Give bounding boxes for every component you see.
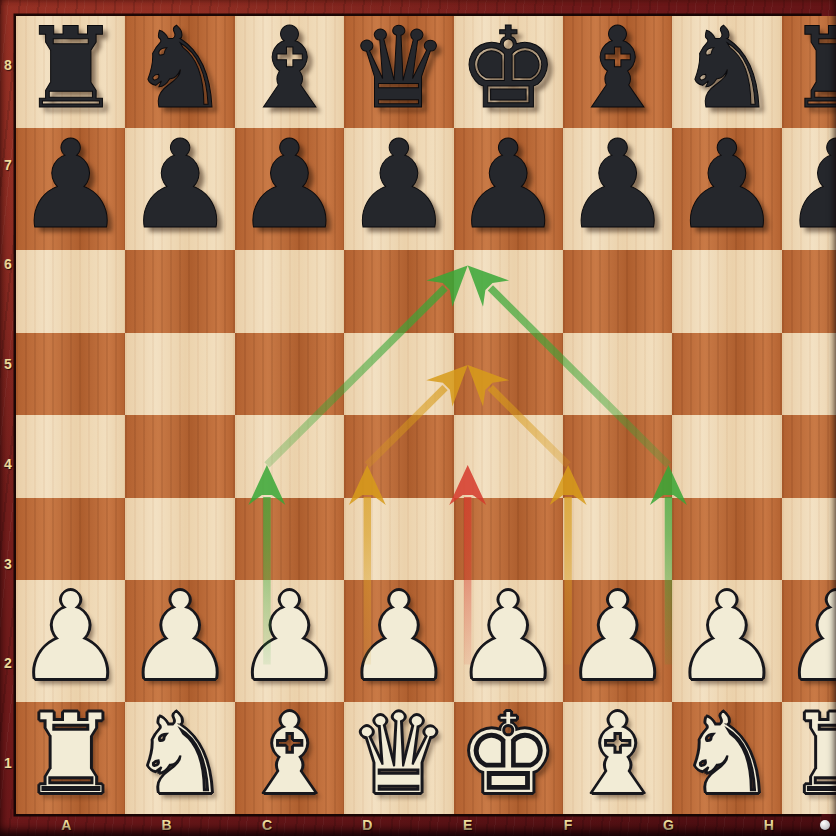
square-g1[interactable]: ♞ — [672, 702, 781, 814]
rank-label-4: 4 — [0, 456, 16, 472]
piece-white-bishop[interactable]: ♝ — [567, 698, 667, 810]
square-c7[interactable]: ♟ — [235, 128, 344, 250]
square-b4[interactable] — [125, 415, 234, 498]
piece-white-queen[interactable]: ♛ — [349, 698, 449, 810]
square-h7[interactable]: ♟ — [782, 128, 836, 250]
corner-dot — [820, 820, 830, 830]
square-f4[interactable] — [563, 415, 672, 498]
square-d7[interactable]: ♟ — [344, 128, 453, 250]
square-a5[interactable] — [16, 333, 125, 416]
square-d8[interactable]: ♛ — [344, 16, 453, 128]
square-a7[interactable]: ♟ — [16, 128, 125, 250]
piece-black-pawn[interactable]: ♟ — [125, 124, 234, 246]
file-label-d: D — [354, 817, 380, 833]
square-e6[interactable] — [454, 250, 563, 333]
piece-white-pawn[interactable]: ♟ — [235, 576, 344, 698]
rank-label-8: 8 — [0, 57, 16, 73]
square-a4[interactable] — [16, 415, 125, 498]
square-b1[interactable]: ♞ — [125, 702, 234, 814]
file-label-f: F — [555, 817, 581, 833]
square-b6[interactable] — [125, 250, 234, 333]
square-e4[interactable] — [454, 415, 563, 498]
piece-black-pawn[interactable]: ♟ — [344, 124, 453, 246]
square-h8[interactable]: ♜ — [782, 16, 836, 128]
square-h4[interactable] — [782, 415, 836, 498]
square-a1[interactable]: ♜ — [16, 702, 125, 814]
rank-label-3: 3 — [0, 556, 16, 572]
square-d5[interactable] — [344, 333, 453, 416]
piece-white-bishop[interactable]: ♝ — [239, 698, 339, 810]
file-label-a: A — [53, 817, 79, 833]
square-a8[interactable]: ♜ — [16, 16, 125, 128]
piece-black-pawn[interactable]: ♟ — [454, 124, 563, 246]
square-c2[interactable]: ♟ — [235, 580, 344, 702]
piece-white-rook[interactable]: ♜ — [786, 698, 836, 810]
piece-white-pawn[interactable]: ♟ — [16, 576, 125, 698]
rank-label-7: 7 — [0, 157, 16, 173]
square-c8[interactable]: ♝ — [235, 16, 344, 128]
square-f1[interactable]: ♝ — [563, 702, 672, 814]
square-g7[interactable]: ♟ — [672, 128, 781, 250]
piece-black-pawn[interactable]: ♟ — [563, 124, 672, 246]
square-g4[interactable] — [672, 415, 781, 498]
square-h5[interactable] — [782, 333, 836, 416]
piece-black-knight[interactable]: ♞ — [677, 12, 777, 124]
piece-white-pawn[interactable]: ♟ — [672, 576, 781, 698]
square-c5[interactable] — [235, 333, 344, 416]
square-d2[interactable]: ♟ — [344, 580, 453, 702]
square-a2[interactable]: ♟ — [16, 580, 125, 702]
square-b8[interactable]: ♞ — [125, 16, 234, 128]
square-d4[interactable] — [344, 415, 453, 498]
piece-black-pawn[interactable]: ♟ — [16, 124, 125, 246]
piece-black-bishop[interactable]: ♝ — [239, 12, 339, 124]
piece-black-rook[interactable]: ♜ — [786, 12, 836, 124]
square-h2[interactable]: ♟ — [782, 580, 836, 702]
rank-label-2: 2 — [0, 655, 16, 671]
board-frame: ♜♞♝♛♚♝♞♜♟♟♟♟♟♟♟♟♟♟♟♟♟♟♟♟♜♞♝♛♚♝♞♜ 8765432… — [0, 0, 836, 836]
square-b2[interactable]: ♟ — [125, 580, 234, 702]
piece-black-rook[interactable]: ♜ — [20, 12, 120, 124]
square-e8[interactable]: ♚ — [454, 16, 563, 128]
square-f7[interactable]: ♟ — [563, 128, 672, 250]
rank-label-1: 1 — [0, 755, 16, 771]
square-f2[interactable]: ♟ — [563, 580, 672, 702]
piece-white-pawn[interactable]: ♟ — [125, 576, 234, 698]
piece-white-pawn[interactable]: ♟ — [563, 576, 672, 698]
piece-white-pawn[interactable]: ♟ — [454, 576, 563, 698]
piece-white-knight[interactable]: ♞ — [677, 698, 777, 810]
rank-label-6: 6 — [0, 256, 16, 272]
piece-black-bishop[interactable]: ♝ — [567, 12, 667, 124]
square-g8[interactable]: ♞ — [672, 16, 781, 128]
square-d6[interactable] — [344, 250, 453, 333]
chess-board: ♜♞♝♛♚♝♞♜♟♟♟♟♟♟♟♟♟♟♟♟♟♟♟♟♜♞♝♛♚♝♞♜ — [16, 16, 819, 814]
piece-black-pawn[interactable]: ♟ — [782, 124, 836, 246]
square-b7[interactable]: ♟ — [125, 128, 234, 250]
piece-black-king[interactable]: ♚ — [458, 12, 558, 124]
square-g2[interactable]: ♟ — [672, 580, 781, 702]
square-f6[interactable] — [563, 250, 672, 333]
piece-black-queen[interactable]: ♛ — [349, 12, 449, 124]
piece-black-pawn[interactable]: ♟ — [672, 124, 781, 246]
square-c4[interactable] — [235, 415, 344, 498]
piece-white-king[interactable]: ♚ — [458, 698, 558, 810]
piece-white-rook[interactable]: ♜ — [20, 698, 120, 810]
square-b5[interactable] — [125, 333, 234, 416]
square-c1[interactable]: ♝ — [235, 702, 344, 814]
square-d1[interactable]: ♛ — [344, 702, 453, 814]
piece-white-pawn[interactable]: ♟ — [782, 576, 836, 698]
file-label-h: H — [756, 817, 782, 833]
piece-black-pawn[interactable]: ♟ — [235, 124, 344, 246]
square-e5[interactable] — [454, 333, 563, 416]
square-g5[interactable] — [672, 333, 781, 416]
file-label-c: C — [254, 817, 280, 833]
file-label-g: G — [655, 817, 681, 833]
file-label-b: B — [154, 817, 180, 833]
piece-white-knight[interactable]: ♞ — [130, 698, 230, 810]
square-g6[interactable] — [672, 250, 781, 333]
file-label-e: E — [455, 817, 481, 833]
square-e1[interactable]: ♚ — [454, 702, 563, 814]
square-f5[interactable] — [563, 333, 672, 416]
rank-label-5: 5 — [0, 356, 16, 372]
square-a6[interactable] — [16, 250, 125, 333]
square-f8[interactable]: ♝ — [563, 16, 672, 128]
piece-black-knight[interactable]: ♞ — [130, 12, 230, 124]
square-e2[interactable]: ♟ — [454, 580, 563, 702]
square-c6[interactable] — [235, 250, 344, 333]
square-h1[interactable]: ♜ — [782, 702, 836, 814]
piece-white-pawn[interactable]: ♟ — [344, 576, 453, 698]
square-e7[interactable]: ♟ — [454, 128, 563, 250]
square-h6[interactable] — [782, 250, 836, 333]
